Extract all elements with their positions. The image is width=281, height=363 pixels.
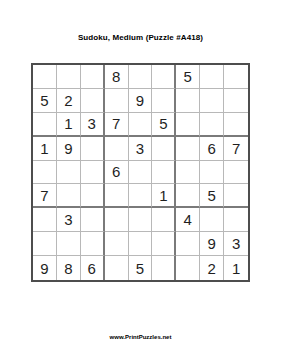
cell-r2c5[interactable]: 9 (129, 89, 153, 113)
cell-r7c2[interactable]: 3 (57, 208, 81, 232)
cell-r7c9[interactable] (224, 208, 248, 232)
cell-r5c8[interactable] (200, 161, 224, 185)
cell-r7c1[interactable] (33, 208, 57, 232)
cell-r1c2[interactable] (57, 65, 81, 89)
cell-r2c8[interactable] (200, 89, 224, 113)
cell-r6c8[interactable]: 5 (200, 184, 224, 208)
cell-r9c7[interactable] (176, 256, 200, 280)
cell-r7c4[interactable] (105, 208, 129, 232)
cell-r9c4[interactable] (105, 256, 129, 280)
cell-r5c7[interactable] (176, 161, 200, 185)
cell-r4c4[interactable] (105, 137, 129, 161)
cell-r9c2[interactable]: 8 (57, 256, 81, 280)
cell-r4c6[interactable] (152, 137, 176, 161)
cell-r4c7[interactable] (176, 137, 200, 161)
cell-r6c7[interactable] (176, 184, 200, 208)
cell-r3c1[interactable] (33, 113, 57, 137)
cell-r8c2[interactable] (57, 232, 81, 256)
cell-r2c1[interactable]: 5 (33, 89, 57, 113)
cell-r2c3[interactable] (81, 89, 105, 113)
cell-r3c2[interactable]: 1 (57, 113, 81, 137)
cell-r3c8[interactable] (200, 113, 224, 137)
cell-r7c7[interactable]: 4 (176, 208, 200, 232)
cell-r8c3[interactable] (81, 232, 105, 256)
cell-r2c2[interactable]: 2 (57, 89, 81, 113)
cell-r8c4[interactable] (105, 232, 129, 256)
cell-r4c9[interactable]: 7 (224, 137, 248, 161)
cell-r5c6[interactable] (152, 161, 176, 185)
cell-r1c7[interactable]: 5 (176, 65, 200, 89)
cell-r6c5[interactable] (129, 184, 153, 208)
cell-r3c6[interactable]: 5 (152, 113, 176, 137)
cell-r9c6[interactable] (152, 256, 176, 280)
cell-r7c5[interactable] (129, 208, 153, 232)
cell-r7c3[interactable] (81, 208, 105, 232)
cell-r8c5[interactable] (129, 232, 153, 256)
cell-r2c6[interactable] (152, 89, 176, 113)
cell-r1c5[interactable] (129, 65, 153, 89)
cell-r1c8[interactable] (200, 65, 224, 89)
cell-r1c6[interactable] (152, 65, 176, 89)
cell-r2c4[interactable] (105, 89, 129, 113)
cell-r6c9[interactable] (224, 184, 248, 208)
cell-r7c6[interactable] (152, 208, 176, 232)
cell-r3c4[interactable]: 7 (105, 113, 129, 137)
cell-r4c3[interactable] (81, 137, 105, 161)
cell-r8c1[interactable] (33, 232, 57, 256)
cell-r9c1[interactable]: 9 (33, 256, 57, 280)
cell-r3c7[interactable] (176, 113, 200, 137)
cell-r3c3[interactable]: 3 (81, 113, 105, 137)
cell-r5c5[interactable] (129, 161, 153, 185)
cell-r6c6[interactable]: 1 (152, 184, 176, 208)
cell-r4c1[interactable]: 1 (33, 137, 57, 161)
cell-r9c9[interactable]: 1 (224, 256, 248, 280)
cell-r5c2[interactable] (57, 161, 81, 185)
cell-r4c5[interactable]: 3 (129, 137, 153, 161)
sudoku-board: 8552913751936767153493986521 (31, 63, 250, 282)
cell-r9c5[interactable]: 5 (129, 256, 153, 280)
cell-r2c7[interactable] (176, 89, 200, 113)
cell-r1c1[interactable] (33, 65, 57, 89)
cell-r4c2[interactable]: 9 (57, 137, 81, 161)
cell-r8c8[interactable]: 9 (200, 232, 224, 256)
cell-r4c8[interactable]: 6 (200, 137, 224, 161)
cell-r5c1[interactable] (33, 161, 57, 185)
footer-url: www.PrintPuzzles.net (0, 334, 281, 340)
cell-r9c8[interactable]: 2 (200, 256, 224, 280)
cell-r5c4[interactable]: 6 (105, 161, 129, 185)
cell-r3c9[interactable] (224, 113, 248, 137)
cell-r1c3[interactable] (81, 65, 105, 89)
cell-r8c9[interactable]: 3 (224, 232, 248, 256)
cell-r8c7[interactable] (176, 232, 200, 256)
cell-r1c9[interactable] (224, 65, 248, 89)
cell-r2c9[interactable] (224, 89, 248, 113)
cell-r5c3[interactable] (81, 161, 105, 185)
cell-r9c3[interactable]: 6 (81, 256, 105, 280)
cell-r5c9[interactable] (224, 161, 248, 185)
cell-r6c4[interactable] (105, 184, 129, 208)
cell-r7c8[interactable] (200, 208, 224, 232)
cell-r6c3[interactable] (81, 184, 105, 208)
page-title: Sudoku, Medium (Puzzle #A418) (0, 33, 281, 42)
cell-r3c5[interactable] (129, 113, 153, 137)
cell-r6c1[interactable]: 7 (33, 184, 57, 208)
cell-r8c6[interactable] (152, 232, 176, 256)
cell-r1c4[interactable]: 8 (105, 65, 129, 89)
cell-r6c2[interactable] (57, 184, 81, 208)
sudoku-page: Sudoku, Medium (Puzzle #A418) 8552913751… (0, 0, 281, 363)
